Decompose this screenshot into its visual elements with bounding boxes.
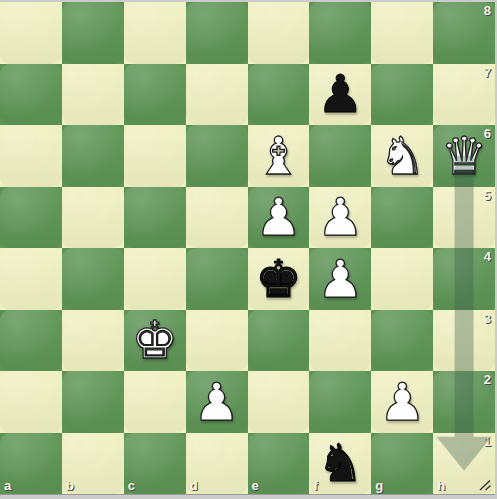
square-h8[interactable]: 8 (433, 2, 495, 64)
file-label-b: b (66, 478, 74, 493)
square-f1[interactable]: f♞ (309, 433, 371, 495)
square-c3[interactable]: ♚ (124, 310, 186, 372)
square-g4[interactable] (371, 248, 433, 310)
square-d5[interactable] (186, 187, 248, 249)
rank-label-7: 7 (484, 65, 491, 80)
square-h2[interactable]: 2 (433, 371, 495, 433)
square-d2[interactable]: ♟ (186, 371, 248, 433)
rank-label-4: 4 (484, 249, 491, 264)
square-e7[interactable] (248, 64, 310, 126)
square-f7[interactable]: ♟ (309, 64, 371, 126)
square-e6[interactable]: ♝ (248, 125, 310, 187)
piece-white-pawn-d2[interactable]: ♟ (186, 371, 248, 433)
square-f5[interactable]: ♟ (309, 187, 371, 249)
square-f8[interactable] (309, 2, 371, 64)
piece-white-pawn-f5[interactable]: ♟ (309, 187, 371, 249)
square-g5[interactable] (371, 187, 433, 249)
square-d7[interactable] (186, 64, 248, 126)
square-b4[interactable] (62, 248, 124, 310)
piece-white-pawn-f4[interactable]: ♟ (309, 248, 371, 310)
piece-white-pawn-g2[interactable]: ♟ (371, 371, 433, 433)
square-b3[interactable] (62, 310, 124, 372)
square-h7[interactable]: 7 (433, 64, 495, 126)
square-b7[interactable] (62, 64, 124, 126)
square-b1[interactable]: b (62, 433, 124, 495)
square-g7[interactable] (371, 64, 433, 126)
piece-white-pawn-e5[interactable]: ♟ (248, 187, 310, 249)
square-g8[interactable] (371, 2, 433, 64)
square-g2[interactable]: ♟ (371, 371, 433, 433)
square-a7[interactable] (0, 64, 62, 126)
square-e3[interactable] (248, 310, 310, 372)
square-a5[interactable] (0, 187, 62, 249)
square-f6[interactable] (309, 125, 371, 187)
board-squares: 8♟7♝♞6♛♟♟5♚♟4♚3♟♟2abcdef♞g1h (0, 2, 495, 494)
square-d6[interactable] (186, 125, 248, 187)
square-c4[interactable] (124, 248, 186, 310)
square-a8[interactable] (0, 2, 62, 64)
piece-black-knight-f1[interactable]: ♞ (309, 433, 371, 495)
square-a2[interactable] (0, 371, 62, 433)
square-c5[interactable] (124, 187, 186, 249)
rank-label-1: 1 (484, 434, 491, 449)
board-resize-handle-icon[interactable] (477, 478, 493, 492)
piece-black-king-e4[interactable]: ♚ (248, 248, 310, 310)
square-a4[interactable] (0, 248, 62, 310)
square-b8[interactable] (62, 2, 124, 64)
square-h4[interactable]: 4 (433, 248, 495, 310)
chess-board: 8♟7♝♞6♛♟♟5♚♟4♚3♟♟2abcdef♞g1h (0, 2, 495, 494)
piece-white-king-c3[interactable]: ♚ (124, 310, 186, 372)
square-e5[interactable]: ♟ (248, 187, 310, 249)
file-label-d: d (190, 478, 198, 493)
square-b6[interactable] (62, 125, 124, 187)
square-h5[interactable]: 5 (433, 187, 495, 249)
file-label-g: g (375, 478, 383, 493)
square-c8[interactable] (124, 2, 186, 64)
square-c6[interactable] (124, 125, 186, 187)
square-h3[interactable]: 3 (433, 310, 495, 372)
square-h6[interactable]: 6♛ (433, 125, 495, 187)
square-g6[interactable]: ♞ (371, 125, 433, 187)
square-g3[interactable] (371, 310, 433, 372)
piece-white-queen-h6[interactable]: ♛ (433, 125, 495, 187)
square-d3[interactable] (186, 310, 248, 372)
square-b2[interactable] (62, 371, 124, 433)
rank-label-8: 8 (484, 3, 491, 18)
square-b5[interactable] (62, 187, 124, 249)
square-e4[interactable]: ♚ (248, 248, 310, 310)
square-c1[interactable]: c (124, 433, 186, 495)
rank-label-5: 5 (484, 188, 491, 203)
piece-black-pawn-f7[interactable]: ♟ (309, 64, 371, 126)
square-f2[interactable] (309, 371, 371, 433)
rank-label-2: 2 (484, 372, 491, 387)
square-e2[interactable] (248, 371, 310, 433)
file-label-a: a (4, 478, 11, 493)
square-e8[interactable] (248, 2, 310, 64)
piece-white-knight-g6[interactable]: ♞ (371, 125, 433, 187)
square-g1[interactable]: g (371, 433, 433, 495)
square-a3[interactable] (0, 310, 62, 372)
square-f4[interactable]: ♟ (309, 248, 371, 310)
rank-label-3: 3 (484, 311, 491, 326)
square-a1[interactable]: a (0, 433, 62, 495)
file-label-c: c (128, 478, 135, 493)
square-f3[interactable] (309, 310, 371, 372)
square-c7[interactable] (124, 64, 186, 126)
square-c2[interactable] (124, 371, 186, 433)
square-a6[interactable] (0, 125, 62, 187)
file-label-e: e (252, 478, 259, 493)
square-e1[interactable]: e (248, 433, 310, 495)
square-d8[interactable] (186, 2, 248, 64)
square-d4[interactable] (186, 248, 248, 310)
piece-white-bishop-e6[interactable]: ♝ (248, 125, 310, 187)
square-d1[interactable]: d (186, 433, 248, 495)
file-label-h: h (437, 478, 445, 493)
